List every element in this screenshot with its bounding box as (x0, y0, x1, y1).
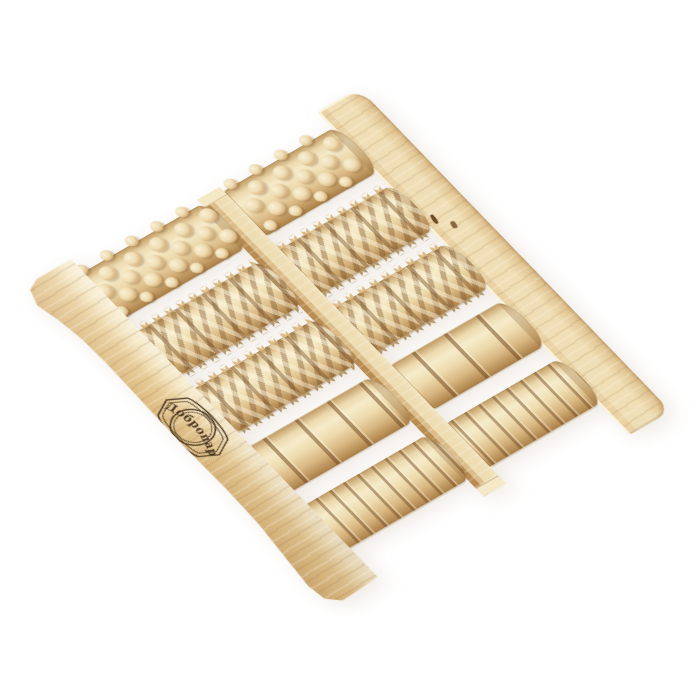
massage-knob (246, 162, 265, 177)
massage-knob (261, 218, 280, 233)
massage-knob (122, 234, 141, 249)
massage-knob (269, 163, 294, 183)
massage-knob (339, 155, 364, 175)
massage-knob (187, 261, 206, 276)
massage-knob (167, 238, 192, 258)
massage-knob (115, 284, 140, 304)
massage-knob (145, 234, 170, 254)
massage-knob (162, 275, 181, 290)
massage-knob (117, 267, 142, 287)
massage-knob (137, 290, 156, 305)
massage-knob (190, 241, 215, 261)
massage-knob (296, 133, 315, 148)
massage-knob (289, 184, 314, 204)
massage-knob (286, 204, 305, 219)
product-photo: Добропаровъ (0, 0, 700, 700)
massage-knob (147, 219, 166, 234)
massage-knob (212, 246, 231, 261)
massage-knob (140, 270, 165, 290)
massage-knob (97, 248, 116, 263)
massage-knob (311, 189, 330, 204)
massage-knob (264, 198, 289, 218)
massage-knob (192, 223, 217, 243)
massage-knob (316, 152, 341, 172)
massage-knob (319, 134, 344, 154)
massage-knob (271, 148, 290, 163)
massage-knob (266, 181, 291, 201)
massage-knob (291, 166, 316, 186)
massage-knob (165, 255, 190, 275)
wood-knot (429, 214, 439, 224)
massage-knob (221, 177, 240, 192)
massage-knob (294, 148, 319, 168)
foot-massager: Добропаровъ (32, 97, 668, 597)
massage-knob (314, 169, 339, 189)
massage-knob (95, 263, 120, 283)
wood-knot (449, 221, 458, 229)
massage-knob (170, 220, 195, 240)
massage-knob (336, 175, 355, 190)
massage-knob (172, 205, 191, 220)
massage-knob (142, 252, 167, 272)
massage-knob (120, 249, 145, 269)
massage-knob (244, 177, 269, 197)
